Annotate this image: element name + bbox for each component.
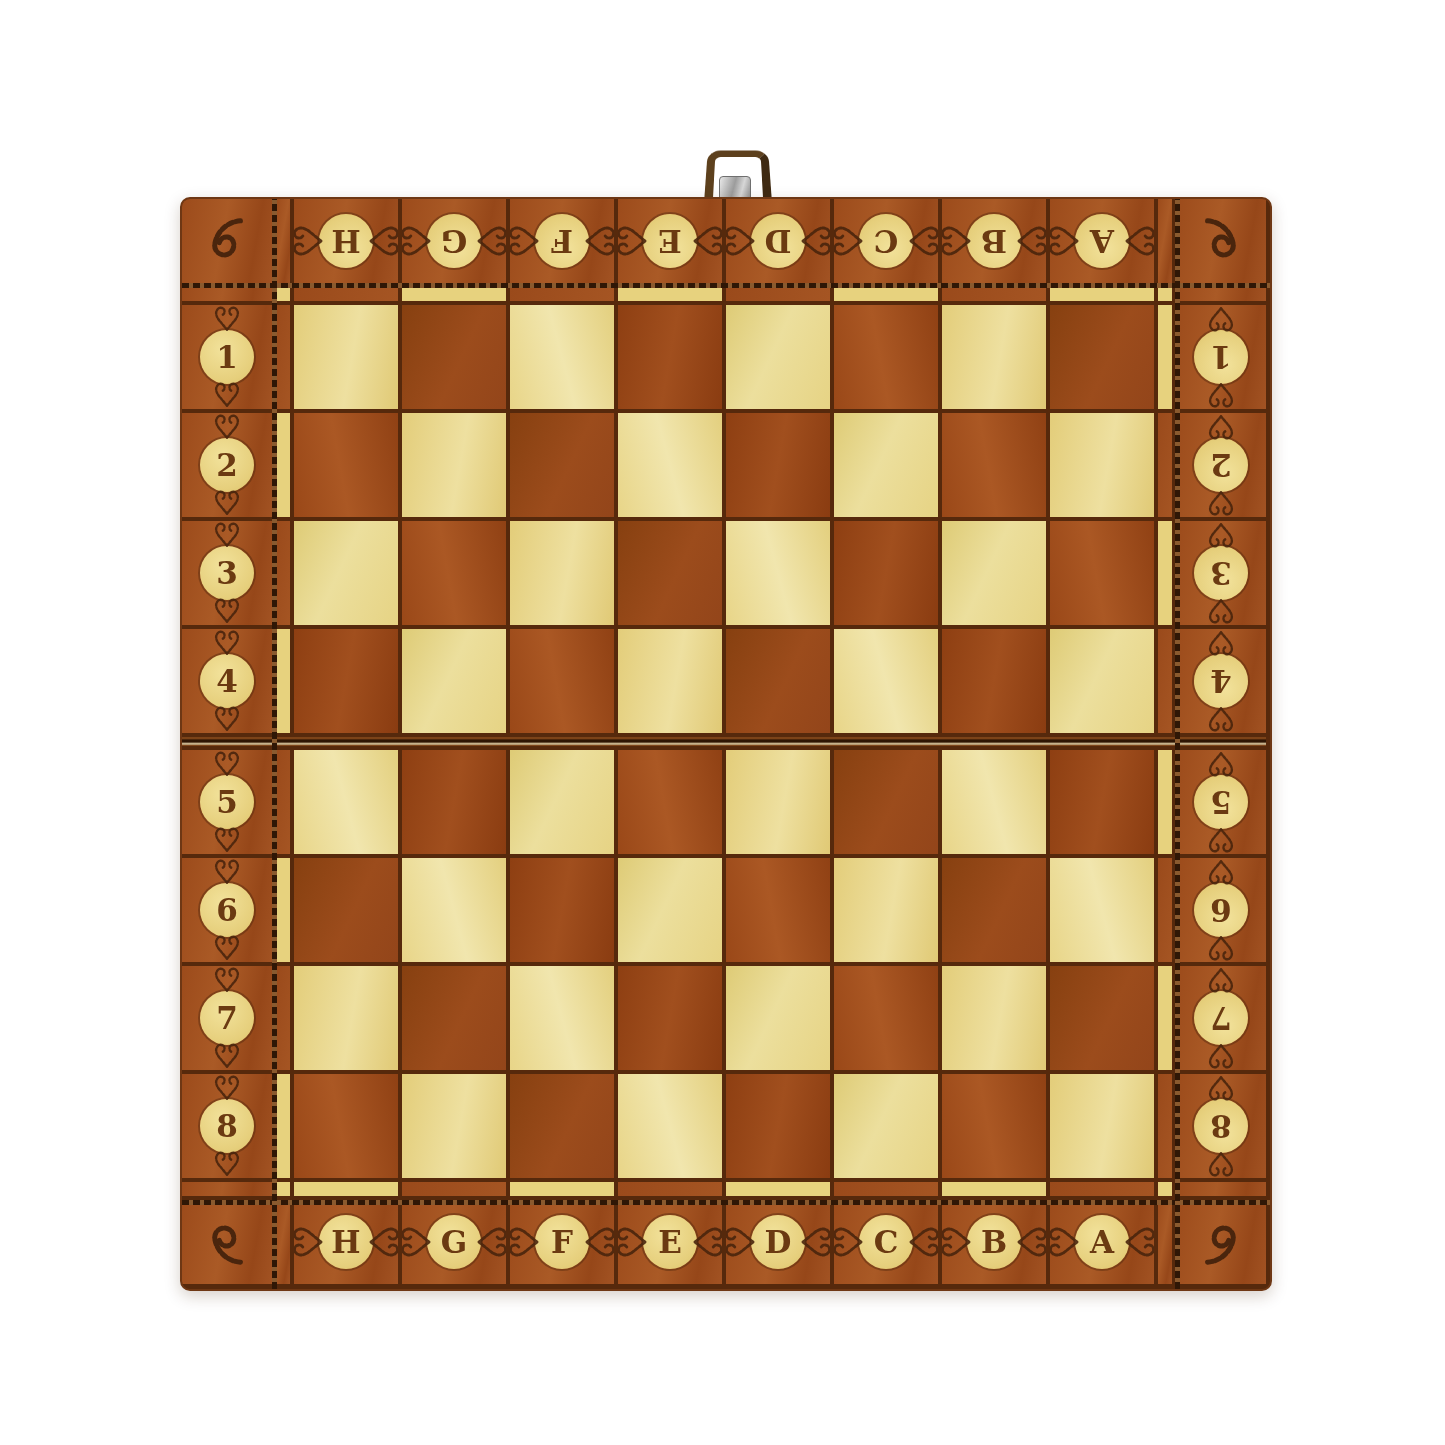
gutter-bottom	[294, 1182, 398, 1196]
gutter-bottom	[402, 1182, 506, 1196]
heart-scroll-icon	[1200, 488, 1242, 517]
gutter-right	[1158, 413, 1172, 517]
left-rank-cell-6: 6	[182, 858, 272, 962]
square-h8[interactable]	[294, 1074, 398, 1178]
square-f8[interactable]	[510, 1074, 614, 1178]
square-g1[interactable]	[402, 305, 506, 409]
square-f7[interactable]	[510, 966, 614, 1070]
gutter-right	[1158, 629, 1172, 733]
heart-scroll-icon	[206, 933, 248, 962]
square-g6[interactable]	[402, 858, 506, 962]
coordinate-disc: 2	[200, 438, 254, 492]
square-b6[interactable]	[942, 858, 1046, 962]
heart-scroll-icon	[206, 380, 248, 409]
file-label: C	[874, 226, 899, 257]
top-file-cell-e: E	[618, 199, 722, 283]
coordinate-disc: 6	[200, 883, 254, 937]
corner-ornament-bl	[182, 1200, 272, 1284]
gutter-left	[276, 966, 290, 1070]
gutter-top	[726, 287, 830, 301]
rank-label: 7	[216, 1003, 238, 1034]
fold-seam	[182, 737, 1266, 746]
rank-label: 5	[1210, 787, 1232, 818]
top-file-cell-a: A	[1050, 199, 1154, 283]
top-file-cell-g: G	[402, 199, 506, 283]
square-h1[interactable]	[294, 305, 398, 409]
gutter-corner-inlay	[276, 1182, 290, 1196]
file-label: F	[551, 226, 573, 257]
file-label: D	[765, 1227, 792, 1258]
rank-label: 8	[216, 1111, 238, 1142]
right-rank-cell-3: 3	[1176, 521, 1266, 625]
square-f3[interactable]	[510, 521, 614, 625]
right-rank-cell-5: 5	[1176, 750, 1266, 854]
square-a8[interactable]	[1050, 1074, 1154, 1178]
coordinate-disc: 2	[1194, 438, 1248, 492]
heart-scroll-icon	[206, 1149, 248, 1178]
file-label: F	[551, 1227, 573, 1258]
coordinate-disc: 7	[200, 991, 254, 1045]
gutter-left	[276, 305, 290, 409]
coordinate-disc: 7	[1194, 991, 1248, 1045]
right-rank-cell-8: 8	[1176, 1074, 1266, 1178]
gutter-right	[1158, 858, 1172, 962]
square-c6[interactable]	[834, 858, 938, 962]
gutter-bottom	[1050, 1182, 1154, 1196]
file-label: A	[1090, 226, 1114, 257]
right-rank-cell-6: 6	[1176, 858, 1266, 962]
heart-scroll-icon	[834, 1224, 872, 1260]
heart-scroll-icon	[1200, 305, 1242, 334]
file-label: H	[331, 1227, 360, 1258]
square-g4[interactable]	[402, 629, 506, 733]
heart-scroll-icon	[1116, 223, 1154, 259]
square-c8[interactable]	[834, 1074, 938, 1178]
rank-label: 3	[1210, 558, 1232, 589]
square-a6[interactable]	[1050, 858, 1154, 962]
bottom-file-cell-d: D	[726, 1200, 830, 1284]
frame-band	[1158, 1200, 1172, 1284]
heart-scroll-icon	[1200, 521, 1242, 550]
left-rank-cell-1: 1	[182, 305, 272, 409]
chess-board: HHGGFFEEDDCCBBAA1122334455667788	[180, 197, 1272, 1291]
file-label: G	[441, 226, 467, 257]
heart-scroll-icon	[1050, 1224, 1088, 1260]
gutter-right	[1158, 750, 1172, 854]
square-e3[interactable]	[618, 521, 722, 625]
top-file-cell-d: D	[726, 199, 830, 283]
heart-scroll-icon	[510, 223, 548, 259]
coordinate-disc: 3	[200, 546, 254, 600]
frame-band	[182, 287, 272, 301]
heart-scroll-icon	[206, 825, 248, 854]
square-f2[interactable]	[510, 413, 614, 517]
left-rank-cell-3: 3	[182, 521, 272, 625]
square-h3[interactable]	[294, 521, 398, 625]
corner-scroll-icon	[199, 1214, 255, 1270]
gutter-bottom	[510, 1182, 614, 1196]
heart-scroll-icon	[1200, 380, 1242, 409]
heart-scroll-icon	[1050, 223, 1088, 259]
gutter-top	[510, 287, 614, 301]
square-d2[interactable]	[726, 413, 830, 517]
heart-scroll-icon	[1008, 1224, 1046, 1260]
heart-scroll-icon	[468, 1224, 506, 1260]
top-file-cell-c: C	[834, 199, 938, 283]
left-rank-cell-2: 2	[182, 413, 272, 517]
gutter-top	[402, 287, 506, 301]
heart-scroll-icon	[360, 1224, 398, 1260]
file-label: B	[981, 1227, 1007, 1258]
gutter-left	[276, 629, 290, 733]
frame-band	[276, 1200, 290, 1284]
square-b3[interactable]	[942, 521, 1046, 625]
rank-label: 6	[216, 895, 238, 926]
gutter-corner-inlay	[1158, 1182, 1172, 1196]
heart-scroll-icon	[206, 521, 248, 550]
frame-band	[276, 199, 290, 283]
gutter-top	[618, 287, 722, 301]
rank-label: 7	[1210, 1003, 1232, 1034]
rank-label: 1	[1210, 342, 1232, 373]
square-e4[interactable]	[618, 629, 722, 733]
heart-scroll-icon	[206, 966, 248, 995]
heart-scroll-icon	[1008, 223, 1046, 259]
rank-label: 5	[216, 787, 238, 818]
square-h7[interactable]	[294, 966, 398, 1070]
square-h2[interactable]	[294, 413, 398, 517]
gutter-right	[1158, 966, 1172, 1070]
heart-scroll-icon	[726, 223, 764, 259]
rank-label: 1	[216, 342, 238, 373]
bottom-file-cell-h: H	[294, 1200, 398, 1284]
right-rank-cell-4: 4	[1176, 629, 1266, 733]
heart-scroll-icon	[206, 750, 248, 779]
square-e6[interactable]	[618, 858, 722, 962]
heart-scroll-icon	[206, 413, 248, 442]
heart-scroll-icon	[1200, 933, 1242, 962]
heart-scroll-icon	[684, 1224, 722, 1260]
rank-label: 8	[1210, 1111, 1232, 1142]
square-c5[interactable]	[834, 750, 938, 854]
square-b5[interactable]	[942, 750, 1046, 854]
square-h6[interactable]	[294, 858, 398, 962]
square-d8[interactable]	[726, 1074, 830, 1178]
square-e5[interactable]	[618, 750, 722, 854]
square-d6[interactable]	[726, 858, 830, 962]
coordinate-disc: 4	[200, 654, 254, 708]
square-a2[interactable]	[1050, 413, 1154, 517]
square-f4[interactable]	[510, 629, 614, 733]
gutter-bottom	[726, 1182, 830, 1196]
product-photo: HHGGFFEEDDCCBBAA1122334455667788	[0, 0, 1445, 1445]
heart-scroll-icon	[206, 704, 248, 733]
coordinate-disc: 5	[1194, 775, 1248, 829]
heart-scroll-icon	[834, 223, 872, 259]
left-rank-cell-5: 5	[182, 750, 272, 854]
rank-label: 4	[1210, 666, 1232, 697]
coordinate-disc: 4	[1194, 654, 1248, 708]
gutter-left	[276, 413, 290, 517]
corner-scroll-icon	[199, 213, 255, 269]
square-b8[interactable]	[942, 1074, 1046, 1178]
corner-ornament-tr	[1176, 199, 1266, 283]
square-c7[interactable]	[834, 966, 938, 1070]
square-a4[interactable]	[1050, 629, 1154, 733]
square-b1[interactable]	[942, 305, 1046, 409]
heart-scroll-icon	[1200, 858, 1242, 887]
heart-scroll-icon	[294, 1224, 332, 1260]
heart-scroll-icon	[1200, 704, 1242, 733]
gutter-top	[294, 287, 398, 301]
heart-scroll-icon	[294, 223, 332, 259]
rank-label: 4	[216, 666, 238, 697]
square-f5[interactable]	[510, 750, 614, 854]
right-rank-cell-1: 1	[1176, 305, 1266, 409]
left-rank-cell-8: 8	[182, 1074, 272, 1178]
gutter-right	[1158, 1074, 1172, 1178]
heart-scroll-icon	[206, 596, 248, 625]
heart-scroll-icon	[576, 223, 614, 259]
square-f6[interactable]	[510, 858, 614, 962]
heart-scroll-icon	[1200, 413, 1242, 442]
gutter-bottom	[942, 1182, 1046, 1196]
gutter-left	[276, 1074, 290, 1178]
corner-scroll-icon	[1193, 1214, 1249, 1270]
gutter-corner-inlay	[1158, 287, 1172, 301]
heart-scroll-icon	[942, 1224, 980, 1260]
coordinate-disc: 8	[1194, 1099, 1248, 1153]
heart-scroll-icon	[510, 1224, 548, 1260]
coordinate-disc: 1	[1194, 330, 1248, 384]
file-label: E	[658, 226, 682, 257]
rank-label: 6	[1210, 895, 1232, 926]
left-rank-cell-7: 7	[182, 966, 272, 1070]
corner-scroll-icon	[1193, 213, 1249, 269]
coordinate-disc: 6	[1194, 883, 1248, 937]
heart-scroll-icon	[402, 223, 440, 259]
gutter-top	[834, 287, 938, 301]
bottom-file-cell-a: A	[1050, 1200, 1154, 1284]
rank-label: 3	[216, 558, 238, 589]
heart-scroll-icon	[206, 1074, 248, 1103]
square-d5[interactable]	[726, 750, 830, 854]
square-e2[interactable]	[618, 413, 722, 517]
heart-scroll-icon	[726, 1224, 764, 1260]
heart-scroll-icon	[618, 1224, 656, 1260]
frame-band	[182, 1182, 272, 1196]
coordinate-disc: 8	[200, 1099, 254, 1153]
gutter-corner-inlay	[276, 287, 290, 301]
heart-scroll-icon	[1200, 1041, 1242, 1070]
file-label: B	[981, 226, 1007, 257]
square-d7[interactable]	[726, 966, 830, 1070]
heart-scroll-icon	[402, 1224, 440, 1260]
left-rank-cell-4: 4	[182, 629, 272, 733]
square-b2[interactable]	[942, 413, 1046, 517]
gutter-bottom	[834, 1182, 938, 1196]
square-c4[interactable]	[834, 629, 938, 733]
gutter-right	[1158, 305, 1172, 409]
square-d4[interactable]	[726, 629, 830, 733]
square-g8[interactable]	[402, 1074, 506, 1178]
heart-scroll-icon	[792, 1224, 830, 1260]
gutter-bottom	[618, 1182, 722, 1196]
square-e1[interactable]	[618, 305, 722, 409]
file-label: D	[765, 226, 792, 257]
file-label: A	[1090, 1227, 1114, 1258]
square-d3[interactable]	[726, 521, 830, 625]
heart-scroll-icon	[206, 629, 248, 658]
square-a1[interactable]	[1050, 305, 1154, 409]
bottom-file-cell-f: F	[510, 1200, 614, 1284]
heart-scroll-icon	[1200, 750, 1242, 779]
heart-scroll-icon	[1200, 966, 1242, 995]
square-g2[interactable]	[402, 413, 506, 517]
square-h4[interactable]	[294, 629, 398, 733]
heart-scroll-icon	[206, 305, 248, 334]
corner-ornament-tl	[182, 199, 272, 283]
square-b4[interactable]	[942, 629, 1046, 733]
bottom-file-cell-b: B	[942, 1200, 1046, 1284]
file-label: G	[441, 1227, 467, 1258]
frame-band	[1176, 287, 1266, 301]
square-g3[interactable]	[402, 521, 506, 625]
heart-scroll-icon	[1200, 1074, 1242, 1103]
gutter-left	[276, 521, 290, 625]
coordinate-disc: 5	[200, 775, 254, 829]
top-file-cell-h: H	[294, 199, 398, 283]
gutter-top	[942, 287, 1046, 301]
top-file-cell-b: B	[942, 199, 1046, 283]
bottom-file-cell-c: C	[834, 1200, 938, 1284]
gutter-right	[1158, 521, 1172, 625]
heart-scroll-icon	[1200, 629, 1242, 658]
frame-band	[1158, 199, 1172, 283]
heart-scroll-icon	[618, 223, 656, 259]
square-d1[interactable]	[726, 305, 830, 409]
heart-scroll-icon	[1200, 825, 1242, 854]
square-a5[interactable]	[1050, 750, 1154, 854]
file-label: E	[658, 1227, 682, 1258]
gutter-top	[1050, 287, 1154, 301]
heart-scroll-icon	[576, 1224, 614, 1260]
bottom-file-cell-g: G	[402, 1200, 506, 1284]
frame-band	[1176, 1182, 1266, 1196]
square-b7[interactable]	[942, 966, 1046, 1070]
gutter-left	[276, 750, 290, 854]
square-e7[interactable]	[618, 966, 722, 1070]
heart-scroll-icon	[900, 1224, 938, 1260]
heart-scroll-icon	[684, 223, 722, 259]
top-file-cell-f: F	[510, 199, 614, 283]
square-g7[interactable]	[402, 966, 506, 1070]
rank-label: 2	[1210, 450, 1232, 481]
square-a3[interactable]	[1050, 521, 1154, 625]
square-e8[interactable]	[618, 1074, 722, 1178]
coordinate-disc: 3	[1194, 546, 1248, 600]
square-c3[interactable]	[834, 521, 938, 625]
corner-ornament-br	[1176, 1200, 1266, 1284]
bottom-file-cell-e: E	[618, 1200, 722, 1284]
heart-scroll-icon	[206, 488, 248, 517]
rank-label: 2	[216, 450, 238, 481]
square-h5[interactable]	[294, 750, 398, 854]
heart-scroll-icon	[1200, 596, 1242, 625]
square-f1[interactable]	[510, 305, 614, 409]
heart-scroll-icon	[206, 1041, 248, 1070]
heart-scroll-icon	[468, 223, 506, 259]
square-c1[interactable]	[834, 305, 938, 409]
right-rank-cell-7: 7	[1176, 966, 1266, 1070]
coordinate-disc: 1	[200, 330, 254, 384]
heart-scroll-icon	[206, 858, 248, 887]
file-label: C	[874, 1227, 899, 1258]
heart-scroll-icon	[360, 223, 398, 259]
square-c2[interactable]	[834, 413, 938, 517]
square-g5[interactable]	[402, 750, 506, 854]
square-a7[interactable]	[1050, 966, 1154, 1070]
heart-scroll-icon	[942, 223, 980, 259]
gutter-left	[276, 858, 290, 962]
right-rank-cell-2: 2	[1176, 413, 1266, 517]
heart-scroll-icon	[1200, 1149, 1242, 1178]
file-label: H	[331, 226, 360, 257]
heart-scroll-icon	[792, 223, 830, 259]
heart-scroll-icon	[1116, 1224, 1154, 1260]
heart-scroll-icon	[900, 223, 938, 259]
